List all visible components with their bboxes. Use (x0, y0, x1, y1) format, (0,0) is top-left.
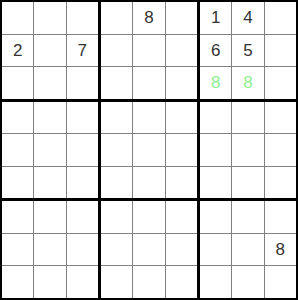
cell-r6c8[interactable] (232, 167, 263, 199)
cell-r3c1[interactable] (2, 67, 33, 99)
cell-r4c3[interactable] (67, 102, 98, 134)
cell-r3c5[interactable] (133, 67, 164, 99)
cell-r9c1[interactable] (2, 266, 33, 298)
cell-r9c8[interactable] (232, 266, 263, 298)
cell-r6c2[interactable] (34, 167, 65, 199)
cell-r8c9[interactable]: 8 (265, 234, 296, 266)
cell-r7c9[interactable] (265, 201, 296, 233)
cell-r4c2[interactable] (34, 102, 65, 134)
cell-r1c2[interactable] (34, 2, 65, 34)
cell-r9c9[interactable] (265, 266, 296, 298)
cell-r7c4[interactable] (101, 201, 132, 233)
box-3-3: 8 (200, 201, 296, 298)
cell-r7c5[interactable] (133, 201, 164, 233)
cell-r3c3[interactable] (67, 67, 98, 99)
cell-r2c3[interactable]: 7 (67, 35, 98, 67)
cell-r5c2[interactable] (34, 134, 65, 166)
cell-r1c7[interactable]: 1 (200, 2, 231, 34)
cell-r9c5[interactable] (133, 266, 164, 298)
cell-r1c6[interactable] (166, 2, 197, 34)
box-3-2 (101, 201, 197, 298)
cell-r4c6[interactable] (166, 102, 197, 134)
cell-r8c5[interactable] (133, 234, 164, 266)
cell-r7c8[interactable] (232, 201, 263, 233)
cell-r8c1[interactable] (2, 234, 33, 266)
box-1-3: 146588 (200, 2, 296, 99)
cell-r1c5[interactable]: 8 (133, 2, 164, 34)
box-2-3 (200, 102, 296, 199)
cell-r2c9[interactable] (265, 35, 296, 67)
box-3-1 (2, 201, 98, 298)
cell-r7c6[interactable] (166, 201, 197, 233)
cell-r9c2[interactable] (34, 266, 65, 298)
cell-r2c6[interactable] (166, 35, 197, 67)
cell-r6c9[interactable] (265, 167, 296, 199)
box-2-1 (2, 102, 98, 199)
cell-r8c7[interactable] (200, 234, 231, 266)
cell-r1c9[interactable] (265, 2, 296, 34)
cell-r6c5[interactable] (133, 167, 164, 199)
cell-r7c7[interactable] (200, 201, 231, 233)
cell-r5c1[interactable] (2, 134, 33, 166)
cell-r6c7[interactable] (200, 167, 231, 199)
cell-r3c7[interactable]: 8 (200, 67, 231, 99)
cell-r4c9[interactable] (265, 102, 296, 134)
cell-r9c3[interactable] (67, 266, 98, 298)
cell-r1c3[interactable] (67, 2, 98, 34)
cell-r9c7[interactable] (200, 266, 231, 298)
cell-r7c3[interactable] (67, 201, 98, 233)
cell-r5c5[interactable] (133, 134, 164, 166)
cell-r9c4[interactable] (101, 266, 132, 298)
cell-r8c6[interactable] (166, 234, 197, 266)
cell-r5c9[interactable] (265, 134, 296, 166)
cell-r6c1[interactable] (2, 167, 33, 199)
cell-r7c1[interactable] (2, 201, 33, 233)
cell-r4c7[interactable] (200, 102, 231, 134)
cell-r8c3[interactable] (67, 234, 98, 266)
cell-r7c2[interactable] (34, 201, 65, 233)
cell-r8c8[interactable] (232, 234, 263, 266)
cell-r1c8[interactable]: 4 (232, 2, 263, 34)
cell-r8c2[interactable] (34, 234, 65, 266)
cell-r4c1[interactable] (2, 102, 33, 134)
box-1-1: 27 (2, 2, 98, 99)
cell-r2c8[interactable]: 5 (232, 35, 263, 67)
cell-r8c4[interactable] (101, 234, 132, 266)
cell-r5c8[interactable] (232, 134, 263, 166)
cell-r4c4[interactable] (101, 102, 132, 134)
cell-r6c3[interactable] (67, 167, 98, 199)
cell-r5c7[interactable] (200, 134, 231, 166)
cell-r2c2[interactable] (34, 35, 65, 67)
cell-r3c6[interactable] (166, 67, 197, 99)
cell-r9c6[interactable] (166, 266, 197, 298)
cell-r1c4[interactable] (101, 2, 132, 34)
cell-r2c4[interactable] (101, 35, 132, 67)
cell-r5c3[interactable] (67, 134, 98, 166)
cell-r6c4[interactable] (101, 167, 132, 199)
cell-r3c2[interactable] (34, 67, 65, 99)
cell-r5c6[interactable] (166, 134, 197, 166)
cell-r4c5[interactable] (133, 102, 164, 134)
cell-r2c5[interactable] (133, 35, 164, 67)
cell-r2c7[interactable]: 6 (200, 35, 231, 67)
cell-r3c9[interactable] (265, 67, 296, 99)
cell-r1c1[interactable] (2, 2, 33, 34)
box-2-2 (101, 102, 197, 199)
cell-r5c4[interactable] (101, 134, 132, 166)
box-1-2: 8 (101, 2, 197, 99)
cell-r3c4[interactable] (101, 67, 132, 99)
sudoku-board: 2781465888 (0, 0, 298, 300)
cell-r2c1[interactable]: 2 (2, 35, 33, 67)
cell-r3c8[interactable]: 8 (232, 67, 263, 99)
cell-r6c6[interactable] (166, 167, 197, 199)
cell-r4c8[interactable] (232, 102, 263, 134)
